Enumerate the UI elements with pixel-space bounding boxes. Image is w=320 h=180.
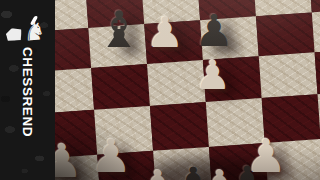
piece-white-pawn-1[interactable]: ♟ bbox=[146, 12, 184, 54]
square-r0c0[interactable] bbox=[55, 0, 88, 32]
piece-black-pawn-1[interactable]: ♟ bbox=[194, 9, 233, 53]
square-r0c5[interactable] bbox=[310, 0, 320, 12]
piece-white-pawn-2[interactable]: ♟ bbox=[195, 55, 231, 95]
brand-text: CHESSREND bbox=[20, 47, 35, 137]
chessrend-scene: ♝♟♟♟♟♟♟♟♟♟♟ ♞ CHESSREND bbox=[0, 0, 320, 180]
piece-white-pawn-3-edge[interactable]: ♟ bbox=[55, 138, 83, 180]
knight-icon: ♞ bbox=[21, 11, 47, 51]
logo-blob-shape bbox=[5, 27, 22, 42]
square-r1c4[interactable] bbox=[256, 12, 315, 56]
square-r2c4[interactable] bbox=[259, 52, 318, 98]
square-r2c1[interactable] bbox=[91, 64, 150, 110]
board-scene: ♝♟♟♟♟♟♟♟♟♟♟ bbox=[55, 0, 320, 180]
square-r1c0[interactable] bbox=[55, 28, 91, 72]
piece-white-pawn-4[interactable]: ♟ bbox=[90, 133, 131, 179]
brand-text-vertical: CHESSREND bbox=[19, 46, 37, 152]
piece-white-pawn-7[interactable]: ♟ bbox=[245, 133, 286, 179]
piece-black-bishop[interactable]: ♝ bbox=[97, 5, 142, 55]
brand-sidebar: ♞ CHESSREND bbox=[0, 0, 55, 180]
square-r2c0[interactable] bbox=[55, 68, 94, 114]
square-r3c2[interactable] bbox=[150, 102, 209, 151]
